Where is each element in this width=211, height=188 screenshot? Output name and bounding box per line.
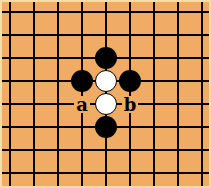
point-label-b: b <box>122 96 138 113</box>
point-label-a: a <box>74 96 90 113</box>
black-stone <box>71 70 93 92</box>
grid-line-v-8 <box>201 2 203 186</box>
grid-line-v-2 <box>57 2 59 186</box>
go-diagram: ab <box>0 0 211 188</box>
grid-line-v-7 <box>177 2 179 186</box>
grid-line-v-0 <box>9 2 11 186</box>
black-stone <box>95 47 117 69</box>
black-stone <box>119 70 141 92</box>
white-stone <box>95 93 117 115</box>
black-stone <box>95 116 117 138</box>
grid-line-v-6 <box>153 2 155 186</box>
grid-line-v-1 <box>33 2 35 186</box>
white-stone <box>95 70 117 92</box>
go-board: ab <box>2 2 209 186</box>
